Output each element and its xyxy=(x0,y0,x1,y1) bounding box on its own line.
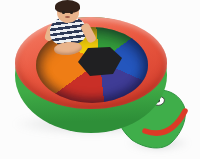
baby xyxy=(44,0,100,58)
baby-eye-right xyxy=(70,11,73,14)
baby-hair xyxy=(55,0,80,13)
baby-mouth xyxy=(65,16,70,18)
product-photo xyxy=(0,0,200,159)
baby-eye-left xyxy=(62,11,65,14)
